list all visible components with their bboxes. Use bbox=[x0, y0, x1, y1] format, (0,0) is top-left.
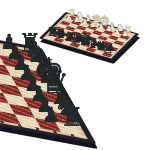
chess-set-photo: ♜♞♝♛♚♝♞♜♟♟♟♟♟♟♟♟♟♟♟♟♟♟♟♟♜♞♝♛♚♝♞♜♜♞♝♛♚♝♞♜… bbox=[0, 0, 150, 150]
